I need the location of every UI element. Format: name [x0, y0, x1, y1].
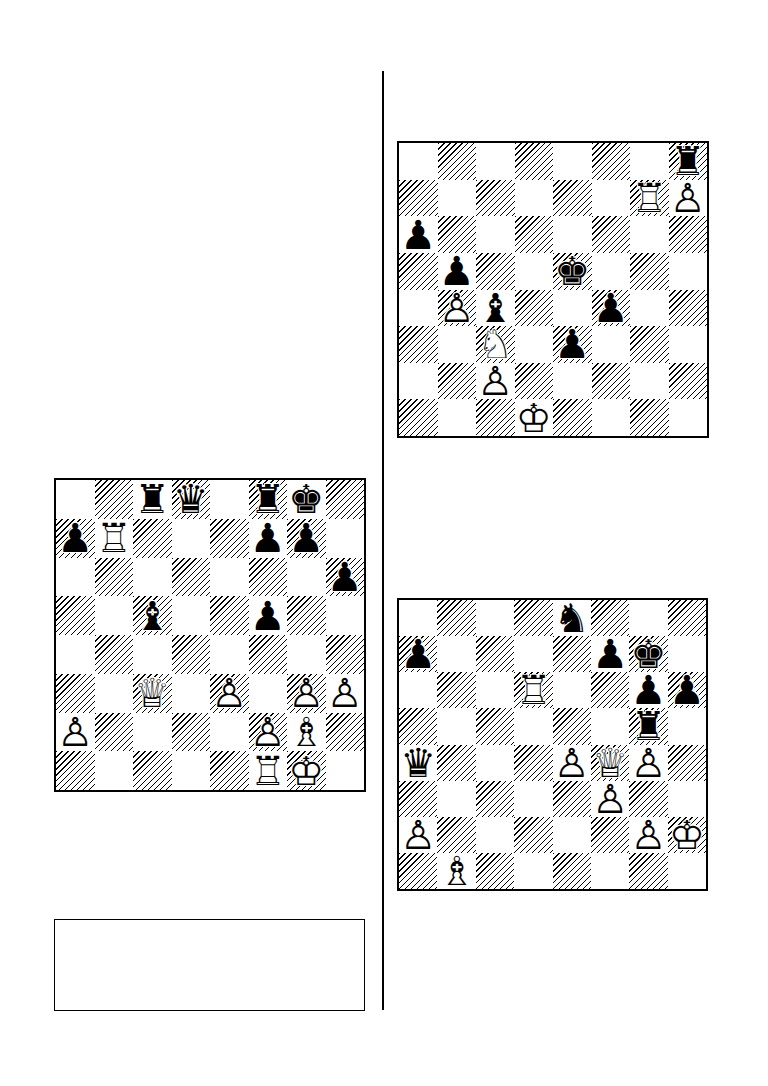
piece-glyph-fill: ♟	[668, 672, 706, 708]
black-bishop: ♝	[133, 596, 172, 635]
piece-glyph-fill: ♟	[249, 596, 288, 635]
square-g5: ♜	[629, 708, 667, 744]
piece-glyph-outline: ♙	[669, 180, 708, 217]
white-rook: ♜♖	[630, 180, 669, 217]
square-a5	[399, 253, 438, 290]
square-a3	[56, 674, 95, 713]
square-g1	[630, 399, 669, 436]
square-a7: ♟	[399, 636, 437, 672]
white-king: ♚♔	[668, 817, 706, 853]
piece-glyph-fill: ♟	[592, 290, 631, 327]
square-h6: ♟	[668, 672, 706, 708]
square-h4	[326, 635, 365, 674]
piece-glyph-fill: ♛	[399, 745, 437, 781]
square-f3: ♟♙	[591, 781, 629, 817]
black-pawn: ♟	[249, 519, 288, 558]
piece-glyph-fill: ♟	[210, 674, 249, 713]
square-e6	[553, 672, 591, 708]
square-a1	[399, 399, 438, 436]
piece-glyph-outline: ♗	[437, 853, 475, 889]
chess-diagram-left: ♜♛♜♚♟♜♖♟♟♟♝♟♛♕♟♙♟♙♟♙♟♙♟♙♝♗♜♖♚♔	[54, 478, 366, 792]
square-e7	[553, 180, 592, 217]
piece-glyph-fill: ♟	[553, 745, 591, 781]
square-b6	[437, 672, 475, 708]
square-d7	[515, 180, 554, 217]
square-f7	[592, 180, 631, 217]
white-pawn: ♟♙	[553, 745, 591, 781]
square-f7: ♟	[591, 636, 629, 672]
square-g7: ♚	[629, 636, 667, 672]
white-king: ♚♔	[515, 399, 554, 436]
square-d8	[514, 600, 552, 636]
square-e4	[210, 635, 249, 674]
piece-glyph-fill: ♝	[133, 596, 172, 635]
piece-glyph-fill: ♟	[591, 636, 629, 672]
square-e5	[553, 708, 591, 744]
white-pawn: ♟♙	[438, 290, 477, 327]
square-e7	[553, 636, 591, 672]
square-b1	[95, 751, 134, 790]
square-b4	[95, 635, 134, 674]
square-f5	[591, 708, 629, 744]
piece-glyph-outline: ♙	[476, 363, 515, 400]
piece-glyph-fill: ♚	[515, 399, 554, 436]
white-pawn: ♟♙	[629, 745, 667, 781]
square-c3: ♛♕	[133, 674, 172, 713]
square-b6	[438, 216, 477, 253]
square-h8: ♜	[669, 143, 708, 180]
square-d2	[515, 363, 554, 400]
white-pawn: ♟♙	[476, 363, 515, 400]
square-d1: ♚♔	[515, 399, 554, 436]
piece-glyph-outline: ♙	[326, 674, 365, 713]
piece-glyph-outline: ♔	[287, 751, 326, 790]
square-c8	[476, 143, 515, 180]
piece-glyph-outline: ♙	[591, 781, 629, 817]
piece-glyph-fill: ♛	[172, 480, 211, 519]
square-c2	[476, 817, 514, 853]
square-f8	[592, 143, 631, 180]
square-b7: ♜♖	[95, 519, 134, 558]
piece-glyph-fill: ♟	[249, 713, 288, 752]
piece-glyph-fill: ♜	[249, 751, 288, 790]
square-h7: ♟♙	[669, 180, 708, 217]
piece-glyph-outline: ♖	[630, 180, 669, 217]
square-g7: ♜♖	[630, 180, 669, 217]
square-c4	[133, 635, 172, 674]
black-knight: ♞	[553, 600, 591, 636]
white-pawn: ♟♙	[399, 817, 437, 853]
square-d4	[172, 635, 211, 674]
square-e1	[553, 399, 592, 436]
piece-glyph-fill: ♟	[399, 636, 437, 672]
square-g2: ♝♗	[287, 713, 326, 752]
square-e1	[210, 751, 249, 790]
white-bishop: ♝♗	[437, 853, 475, 889]
square-h5	[326, 596, 365, 635]
square-d3	[515, 326, 554, 363]
square-a8	[399, 143, 438, 180]
square-a5	[399, 708, 437, 744]
square-a2: ♟♙	[56, 713, 95, 752]
piece-glyph-fill: ♝	[476, 290, 515, 327]
black-pawn: ♟	[399, 216, 438, 253]
square-g7: ♟	[287, 519, 326, 558]
square-a3	[399, 326, 438, 363]
square-e6	[553, 216, 592, 253]
square-c1	[476, 853, 514, 889]
square-e2	[553, 817, 591, 853]
piece-glyph-fill: ♚	[287, 751, 326, 790]
square-f5	[592, 253, 631, 290]
white-pawn: ♟♙	[210, 674, 249, 713]
square-b1	[438, 399, 477, 436]
piece-glyph-fill: ♝	[287, 713, 326, 752]
square-h2: ♚♔	[668, 817, 706, 853]
black-pawn: ♟	[326, 558, 365, 597]
square-h4	[668, 745, 706, 781]
piece-glyph-fill: ♛	[591, 745, 629, 781]
square-e3: ♟	[553, 326, 592, 363]
square-d5	[515, 253, 554, 290]
square-b3	[437, 781, 475, 817]
square-a8	[56, 480, 95, 519]
square-d6	[172, 558, 211, 597]
square-f2: ♟♙	[249, 713, 288, 752]
note-box	[54, 919, 365, 1011]
square-d1	[514, 853, 552, 889]
black-king: ♚	[553, 253, 592, 290]
black-pawn: ♟	[668, 672, 706, 708]
white-knight: ♞♘	[476, 326, 515, 363]
piece-glyph-fill: ♚	[553, 253, 592, 290]
square-d4	[514, 745, 552, 781]
piece-glyph-fill: ♝	[437, 853, 475, 889]
square-f2	[592, 363, 631, 400]
square-h2	[326, 713, 365, 752]
piece-glyph-fill: ♟	[56, 519, 95, 558]
square-f8	[591, 600, 629, 636]
square-a2	[399, 363, 438, 400]
square-g8	[629, 600, 667, 636]
square-g6	[287, 558, 326, 597]
square-d2	[514, 817, 552, 853]
piece-glyph-fill: ♜	[630, 180, 669, 217]
black-pawn: ♟	[56, 519, 95, 558]
square-a8	[399, 600, 437, 636]
piece-glyph-outline: ♘	[476, 326, 515, 363]
square-h2	[669, 363, 708, 400]
square-f4: ♛♕	[591, 745, 629, 781]
piece-glyph-outline: ♖	[95, 519, 134, 558]
piece-glyph-outline: ♖	[514, 672, 552, 708]
black-king: ♚	[629, 636, 667, 672]
square-a2: ♟♙	[399, 817, 437, 853]
square-c4: ♝	[476, 290, 515, 327]
square-c5: ♝	[133, 596, 172, 635]
square-d5	[514, 708, 552, 744]
square-e4: ♟♙	[553, 745, 591, 781]
square-a6	[399, 672, 437, 708]
square-e8: ♞	[553, 600, 591, 636]
square-g4	[287, 635, 326, 674]
square-h3	[669, 326, 708, 363]
square-c7	[476, 636, 514, 672]
piece-glyph-outline: ♔	[668, 817, 706, 853]
square-a5	[56, 596, 95, 635]
black-pawn: ♟	[438, 253, 477, 290]
piece-glyph-fill: ♟	[438, 253, 477, 290]
square-b3	[438, 326, 477, 363]
square-g3	[630, 326, 669, 363]
piece-glyph-fill: ♟	[476, 363, 515, 400]
black-pawn: ♟	[249, 596, 288, 635]
square-h5	[669, 253, 708, 290]
black-king: ♚	[287, 480, 326, 519]
piece-glyph-outline: ♔	[515, 399, 554, 436]
piece-glyph-outline: ♙	[56, 713, 95, 752]
square-f6	[249, 558, 288, 597]
square-e7	[210, 519, 249, 558]
square-g6: ♟	[629, 672, 667, 708]
square-a6: ♟	[399, 216, 438, 253]
square-f3	[592, 326, 631, 363]
square-c1	[476, 399, 515, 436]
square-c6	[133, 558, 172, 597]
square-c1	[133, 751, 172, 790]
piece-glyph-fill: ♜	[133, 480, 172, 519]
white-pawn: ♟♙	[287, 674, 326, 713]
square-d6	[515, 216, 554, 253]
piece-glyph-fill: ♚	[629, 636, 667, 672]
square-b8	[95, 480, 134, 519]
square-b3	[95, 674, 134, 713]
piece-glyph-outline: ♙	[210, 674, 249, 713]
square-f7: ♟	[249, 519, 288, 558]
square-b8	[437, 600, 475, 636]
piece-glyph-fill: ♟	[249, 519, 288, 558]
piece-glyph-outline: ♙	[438, 290, 477, 327]
piece-glyph-fill: ♞	[553, 600, 591, 636]
column-divider-rule	[382, 71, 384, 1010]
piece-glyph-fill: ♜	[249, 480, 288, 519]
square-h1	[326, 751, 365, 790]
white-pawn: ♟♙	[591, 781, 629, 817]
square-c2	[133, 713, 172, 752]
piece-glyph-fill: ♟	[287, 674, 326, 713]
square-h7	[326, 519, 365, 558]
piece-glyph-outline: ♕	[133, 674, 172, 713]
square-e2	[553, 363, 592, 400]
square-h1	[668, 853, 706, 889]
square-e8	[210, 480, 249, 519]
square-g5	[630, 253, 669, 290]
black-queen: ♛	[399, 745, 437, 781]
black-rook: ♜	[249, 480, 288, 519]
square-c5	[476, 253, 515, 290]
square-h4	[669, 290, 708, 327]
square-b7	[438, 180, 477, 217]
square-h8	[326, 480, 365, 519]
piece-glyph-fill: ♜	[629, 708, 667, 744]
black-rook: ♜	[669, 143, 708, 180]
square-a4: ♛	[399, 745, 437, 781]
square-d3	[172, 674, 211, 713]
black-pawn: ♟	[591, 636, 629, 672]
square-h8	[668, 600, 706, 636]
square-c3: ♞♘	[476, 326, 515, 363]
book-page: ♜♛♜♚♟♜♖♟♟♟♝♟♛♕♟♙♟♙♟♙♟♙♟♙♝♗♜♖♚♔ ♜♜♖♟♙♟♟♚♟…	[0, 0, 768, 1086]
square-c6	[476, 216, 515, 253]
piece-glyph-fill: ♟	[56, 713, 95, 752]
square-c7	[133, 519, 172, 558]
piece-glyph-outline: ♙	[629, 745, 667, 781]
square-b2	[437, 817, 475, 853]
square-g2: ♟♙	[629, 817, 667, 853]
square-c3	[476, 781, 514, 817]
square-c5	[476, 708, 514, 744]
square-g1	[629, 853, 667, 889]
piece-glyph-outline: ♙	[399, 817, 437, 853]
square-g4: ♟♙	[629, 745, 667, 781]
square-e8	[553, 143, 592, 180]
white-pawn: ♟♙	[629, 817, 667, 853]
square-g6	[630, 216, 669, 253]
piece-glyph-fill: ♟	[326, 558, 365, 597]
square-f6	[592, 216, 631, 253]
square-g5	[287, 596, 326, 635]
square-c8	[476, 600, 514, 636]
white-queen: ♛♕	[591, 745, 629, 781]
square-g2	[630, 363, 669, 400]
square-a3	[399, 781, 437, 817]
square-a1	[56, 751, 95, 790]
square-a4	[56, 635, 95, 674]
square-d2	[172, 713, 211, 752]
black-queen: ♛	[172, 480, 211, 519]
square-g8	[630, 143, 669, 180]
square-c7	[476, 180, 515, 217]
square-f6	[591, 672, 629, 708]
black-pawn: ♟	[399, 636, 437, 672]
square-f3	[249, 674, 288, 713]
piece-glyph-fill: ♜	[669, 143, 708, 180]
piece-glyph-fill: ♞	[476, 326, 515, 363]
square-c4	[476, 745, 514, 781]
square-f4	[249, 635, 288, 674]
square-b8	[438, 143, 477, 180]
square-h3	[668, 781, 706, 817]
white-bishop: ♝♗	[287, 713, 326, 752]
square-d8: ♛	[172, 480, 211, 519]
square-c2: ♟♙	[476, 363, 515, 400]
piece-glyph-outline: ♖	[249, 751, 288, 790]
piece-glyph-fill: ♛	[133, 674, 172, 713]
black-bishop: ♝	[476, 290, 515, 327]
square-g1: ♚♔	[287, 751, 326, 790]
square-h7	[668, 636, 706, 672]
square-f5: ♟	[249, 596, 288, 635]
square-b2	[438, 363, 477, 400]
square-a4	[399, 290, 438, 327]
piece-glyph-fill: ♟	[438, 290, 477, 327]
square-b5	[437, 708, 475, 744]
piece-glyph-fill: ♚	[287, 480, 326, 519]
square-h1	[669, 399, 708, 436]
square-d6: ♜♖	[514, 672, 552, 708]
square-d7	[514, 636, 552, 672]
square-h6: ♟	[326, 558, 365, 597]
square-g8: ♚	[287, 480, 326, 519]
white-pawn: ♟♙	[56, 713, 95, 752]
square-e1	[553, 853, 591, 889]
chess-diagram-top-right: ♜♜♖♟♙♟♟♚♟♙♝♟♞♘♟♟♙♚♔	[397, 141, 709, 438]
square-g4	[630, 290, 669, 327]
white-rook: ♜♖	[514, 672, 552, 708]
piece-glyph-fill: ♟	[591, 781, 629, 817]
piece-glyph-fill: ♟	[287, 519, 326, 558]
square-f2	[591, 817, 629, 853]
piece-glyph-fill: ♜	[514, 672, 552, 708]
square-g3: ♟♙	[287, 674, 326, 713]
square-d1	[172, 751, 211, 790]
square-e2	[210, 713, 249, 752]
square-c6	[476, 672, 514, 708]
piece-glyph-fill: ♚	[668, 817, 706, 853]
square-d4	[515, 290, 554, 327]
white-rook: ♜♖	[249, 751, 288, 790]
square-h5	[668, 708, 706, 744]
square-b6	[95, 558, 134, 597]
square-f1	[592, 399, 631, 436]
square-d7	[172, 519, 211, 558]
square-a7	[399, 180, 438, 217]
square-f4: ♟	[592, 290, 631, 327]
piece-glyph-fill: ♟	[326, 674, 365, 713]
square-e3	[553, 781, 591, 817]
square-b7	[437, 636, 475, 672]
square-b5: ♟	[438, 253, 477, 290]
square-d3	[514, 781, 552, 817]
white-pawn: ♟♙	[249, 713, 288, 752]
square-a6	[56, 558, 95, 597]
black-pawn: ♟	[592, 290, 631, 327]
piece-glyph-fill: ♟	[629, 817, 667, 853]
piece-glyph-outline: ♙	[287, 674, 326, 713]
white-king: ♚♔	[287, 751, 326, 790]
square-h3: ♟♙	[326, 674, 365, 713]
square-h6	[669, 216, 708, 253]
square-d5	[172, 596, 211, 635]
square-g3	[629, 781, 667, 817]
square-e3: ♟♙	[210, 674, 249, 713]
piece-glyph-fill: ♟	[669, 180, 708, 217]
white-pawn: ♟♙	[326, 674, 365, 713]
square-b2	[95, 713, 134, 752]
chess-diagram-bottom-right: ♞♟♟♚♜♖♟♟♜♛♟♙♛♕♟♙♟♙♟♙♟♙♚♔♝♗	[397, 598, 708, 891]
square-e5: ♚	[553, 253, 592, 290]
piece-glyph-outline: ♙	[629, 817, 667, 853]
square-b4	[437, 745, 475, 781]
square-c8: ♜	[133, 480, 172, 519]
piece-glyph-outline: ♗	[287, 713, 326, 752]
square-e6	[210, 558, 249, 597]
black-pawn: ♟	[553, 326, 592, 363]
square-f1	[591, 853, 629, 889]
piece-glyph-fill: ♟	[629, 672, 667, 708]
piece-glyph-fill: ♟	[399, 216, 438, 253]
piece-glyph-fill: ♟	[553, 326, 592, 363]
